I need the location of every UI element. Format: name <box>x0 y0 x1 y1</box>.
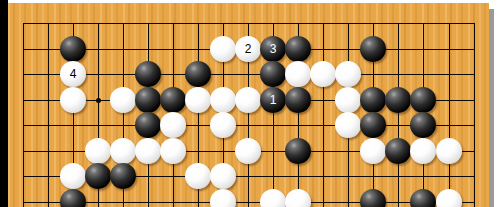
black-stone[interactable] <box>285 138 311 164</box>
white-stone[interactable] <box>335 87 361 113</box>
window-edge-strip <box>0 0 8 207</box>
black-stone[interactable] <box>160 87 186 113</box>
grid-line-horizontal <box>23 23 475 24</box>
black-stone[interactable] <box>135 61 161 87</box>
grid-line-vertical <box>48 23 49 207</box>
white-stone[interactable] <box>60 87 86 113</box>
star-point <box>96 98 101 103</box>
white-stone[interactable] <box>335 112 361 138</box>
move-number-label: 1 <box>270 94 277 106</box>
white-stone[interactable] <box>235 138 261 164</box>
black-stone[interactable] <box>410 112 436 138</box>
white-stone[interactable] <box>310 61 336 87</box>
black-stone[interactable] <box>110 163 136 189</box>
black-stone[interactable]: 1 <box>260 87 286 113</box>
black-stone[interactable] <box>285 87 311 113</box>
white-stone[interactable] <box>360 138 386 164</box>
black-stone[interactable] <box>260 61 286 87</box>
black-stone[interactable] <box>185 61 211 87</box>
white-stone[interactable] <box>160 138 186 164</box>
grid-line-vertical <box>474 23 475 207</box>
grid-line-horizontal <box>23 202 475 203</box>
grid-line-vertical <box>23 23 24 207</box>
black-stone[interactable] <box>410 87 436 113</box>
white-stone[interactable] <box>110 87 136 113</box>
white-stone[interactable] <box>285 61 311 87</box>
white-stone[interactable] <box>210 112 236 138</box>
grid-line-vertical <box>449 23 450 207</box>
black-stone[interactable] <box>135 87 161 113</box>
black-stone[interactable] <box>385 138 411 164</box>
go-board-screenshot: 2341 <box>0 0 500 207</box>
white-stone[interactable] <box>210 87 236 113</box>
white-stone[interactable] <box>235 87 261 113</box>
black-stone[interactable] <box>385 87 411 113</box>
grid-line-horizontal <box>23 74 475 75</box>
black-stone[interactable] <box>85 163 111 189</box>
white-stone[interactable] <box>410 138 436 164</box>
black-stone[interactable] <box>360 112 386 138</box>
white-stone[interactable] <box>210 36 236 62</box>
black-stone[interactable] <box>135 112 161 138</box>
black-stone[interactable]: 3 <box>260 36 286 62</box>
board-shadow <box>489 9 494 207</box>
white-stone[interactable] <box>436 138 462 164</box>
black-stone[interactable] <box>285 36 311 62</box>
white-stone[interactable] <box>210 163 236 189</box>
white-stone[interactable]: 4 <box>60 61 86 87</box>
grid-line-vertical <box>323 23 324 207</box>
white-stone[interactable] <box>135 138 161 164</box>
move-number-label: 4 <box>70 68 77 80</box>
move-number-label: 2 <box>245 43 252 55</box>
grid-line-vertical <box>398 23 399 207</box>
black-stone[interactable] <box>60 36 86 62</box>
white-stone[interactable] <box>160 112 186 138</box>
move-number-label: 3 <box>270 43 277 55</box>
white-stone[interactable] <box>185 87 211 113</box>
black-stone[interactable] <box>360 87 386 113</box>
white-stone[interactable] <box>185 163 211 189</box>
white-stone[interactable] <box>60 163 86 189</box>
white-stone[interactable] <box>85 138 111 164</box>
white-stone[interactable]: 2 <box>235 36 261 62</box>
white-stone[interactable] <box>335 61 361 87</box>
grid-line-horizontal <box>23 125 475 126</box>
white-stone[interactable] <box>110 138 136 164</box>
black-stone[interactable] <box>360 36 386 62</box>
